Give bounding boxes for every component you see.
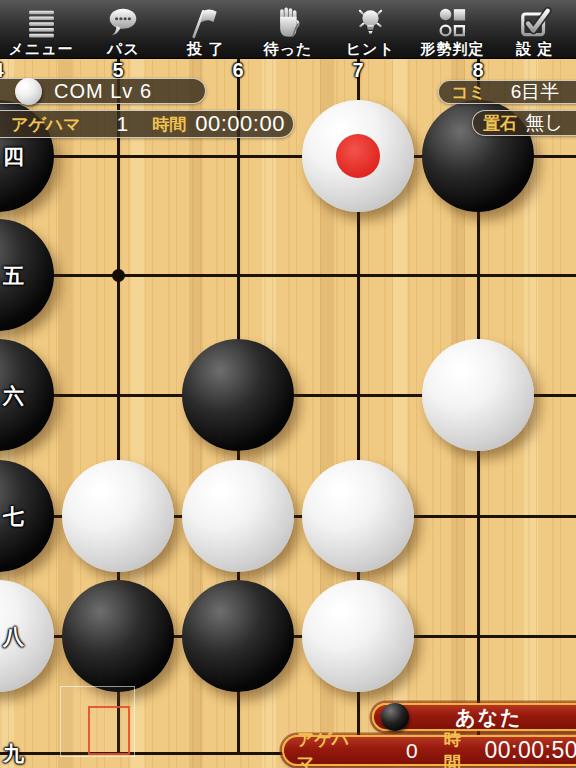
- black-time-value: 00:00:50: [484, 737, 576, 764]
- handicap-value: 無し: [525, 110, 563, 136]
- board-minimap: [60, 686, 135, 757]
- column-label: 7: [352, 59, 363, 82]
- white-stone-icon: [15, 78, 42, 105]
- column-label: 8: [472, 59, 483, 82]
- white-stone: [302, 100, 414, 212]
- undo-button[interactable]: 待った: [247, 0, 329, 58]
- go-app-screen: メニュー パス 投 了 待った ヒント 形勢判定 設 定 4567: [0, 0, 576, 768]
- pass-button[interactable]: パス: [82, 0, 164, 58]
- star-point: [112, 269, 125, 282]
- go-board[interactable]: 45678四五六七八九 COM Lv 6 アゲハマ 1 時間 00:00:00 …: [0, 58, 576, 768]
- white-time-label: 時間: [152, 113, 186, 136]
- judge-icon: [436, 6, 470, 40]
- white-captures-bar: アゲハマ 1 時間 00:00:00: [0, 110, 294, 138]
- white-stone: [62, 460, 174, 572]
- menu-button[interactable]: メニュー: [0, 0, 82, 58]
- settings-button-label: 設 定: [516, 40, 553, 57]
- row-label: 九: [3, 740, 24, 768]
- judge-button-label: 形勢判定: [421, 40, 485, 57]
- hint-button-label: ヒント: [346, 40, 395, 57]
- black-captures-bar: アゲハマ 0 時間 00:00:50: [282, 735, 576, 766]
- white-player-name: COM Lv 6: [54, 80, 152, 103]
- komi-label: コミ: [451, 81, 486, 104]
- resign-flag-icon: [188, 6, 223, 40]
- black-captures-value: 0: [406, 739, 418, 763]
- row-label: 八: [3, 623, 24, 651]
- settings-icon: [518, 6, 552, 40]
- white-captures-label: アゲハマ: [11, 113, 81, 136]
- pass-button-label: パス: [107, 40, 140, 57]
- row-label: 六: [3, 382, 24, 410]
- black-captures-label: アゲハマ: [297, 728, 360, 768]
- black-stone: [62, 580, 174, 692]
- black-player-name: あなた: [455, 704, 522, 731]
- undo-button-label: 待った: [264, 40, 313, 57]
- minimap-viewport-rect: [88, 706, 130, 755]
- black-stone: [182, 339, 294, 451]
- toolbar: メニュー パス 投 了 待った ヒント 形勢判定 設 定: [0, 0, 576, 59]
- white-captures-value: 1: [117, 112, 129, 136]
- komi-value: 6目半: [511, 79, 560, 105]
- white-stone: [302, 580, 414, 692]
- white-stone: [182, 460, 294, 572]
- column-label: 6: [232, 59, 243, 82]
- row-label: 五: [3, 262, 24, 290]
- white-stone: [302, 460, 414, 572]
- settings-button[interactable]: 設 定: [494, 0, 576, 58]
- hint-button[interactable]: ヒント: [329, 0, 411, 58]
- undo-hand-icon: [271, 6, 305, 40]
- handicap-label: 置石: [483, 112, 517, 135]
- resign-button-label: 投 了: [187, 40, 224, 57]
- handicap-bar: 置石 無し: [472, 110, 576, 136]
- pass-icon: [106, 6, 140, 40]
- menu-icon: [25, 6, 58, 40]
- white-player-bar: COM Lv 6: [0, 78, 206, 104]
- white-time-value: 00:00:00: [195, 111, 285, 137]
- judge-button[interactable]: 形勢判定: [411, 0, 493, 58]
- black-time-label: 時間: [444, 728, 475, 768]
- resign-button[interactable]: 投 了: [165, 0, 247, 58]
- row-label: 四: [3, 143, 24, 171]
- black-stone-icon: [381, 703, 409, 731]
- black-stone: [182, 580, 294, 692]
- hint-bulb-icon: [353, 6, 388, 40]
- grid-hline: [0, 274, 576, 277]
- white-stone: [422, 339, 534, 451]
- row-label: 七: [3, 503, 24, 531]
- last-move-marker: [336, 134, 380, 178]
- menu-button-label: メニュー: [9, 40, 74, 57]
- komi-bar: コミ 6目半: [438, 80, 576, 104]
